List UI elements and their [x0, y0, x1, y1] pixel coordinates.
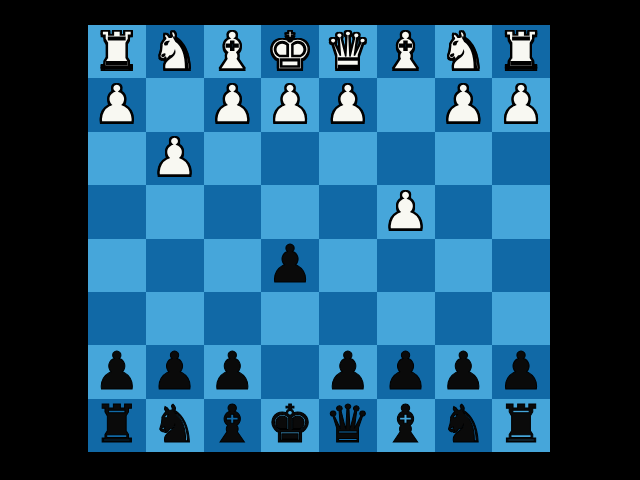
square-e6[interactable]	[261, 292, 319, 345]
square-e5[interactable]: ♟	[261, 239, 319, 292]
square-f7[interactable]: ♟	[204, 345, 262, 398]
square-b4[interactable]	[435, 185, 493, 238]
square-d2[interactable]: ♟	[319, 78, 377, 131]
black-knight-piece[interactable]: ♞	[440, 398, 487, 450]
square-f2[interactable]: ♟	[204, 78, 262, 131]
square-h8[interactable]: ♜	[88, 399, 146, 452]
square-e4[interactable]	[261, 185, 319, 238]
square-e2[interactable]: ♟	[261, 78, 319, 131]
square-c1[interactable]: ♝	[377, 25, 435, 78]
square-h5[interactable]	[88, 239, 146, 292]
square-a6[interactable]	[492, 292, 550, 345]
white-bishop-piece[interactable]: ♝	[382, 25, 429, 77]
square-b6[interactable]	[435, 292, 493, 345]
square-f5[interactable]	[204, 239, 262, 292]
black-queen-piece[interactable]: ♛	[325, 398, 372, 450]
white-pawn-piece[interactable]: ♟	[440, 78, 487, 130]
black-bishop-piece[interactable]: ♝	[382, 398, 429, 450]
black-pawn-piece[interactable]: ♟	[94, 345, 141, 397]
square-d6[interactable]	[319, 292, 377, 345]
square-g1[interactable]: ♞	[146, 25, 204, 78]
black-pawn-piece[interactable]: ♟	[382, 345, 429, 397]
square-f1[interactable]: ♝	[204, 25, 262, 78]
black-bishop-piece[interactable]: ♝	[209, 398, 256, 450]
square-b1[interactable]: ♞	[435, 25, 493, 78]
square-g5[interactable]	[146, 239, 204, 292]
white-pawn-piece[interactable]: ♟	[94, 78, 141, 130]
square-a4[interactable]	[492, 185, 550, 238]
black-pawn-piece[interactable]: ♟	[498, 345, 545, 397]
square-c8[interactable]: ♝	[377, 399, 435, 452]
chess-board: ♜♞♝♚♛♝♞♜♟♟♟♟♟♟♟♟♟♟♟♟♟♟♟♟♜♞♝♚♛♝♞♜	[88, 25, 550, 452]
square-h2[interactable]: ♟	[88, 78, 146, 131]
square-b8[interactable]: ♞	[435, 399, 493, 452]
square-e3[interactable]	[261, 132, 319, 185]
square-g7[interactable]: ♟	[146, 345, 204, 398]
video-frame: ♜♞♝♚♛♝♞♜♟♟♟♟♟♟♟♟♟♟♟♟♟♟♟♟♜♞♝♚♛♝♞♜	[0, 0, 640, 480]
square-g8[interactable]: ♞	[146, 399, 204, 452]
black-rook-piece[interactable]: ♜	[498, 398, 545, 450]
square-c5[interactable]	[377, 239, 435, 292]
white-pawn-piece[interactable]: ♟	[498, 78, 545, 130]
square-a2[interactable]: ♟	[492, 78, 550, 131]
white-pawn-piece[interactable]: ♟	[209, 78, 256, 130]
square-g4[interactable]	[146, 185, 204, 238]
square-h7[interactable]: ♟	[88, 345, 146, 398]
white-queen-piece[interactable]: ♛	[325, 25, 372, 77]
square-e7[interactable]	[261, 345, 319, 398]
square-d4[interactable]	[319, 185, 377, 238]
square-b7[interactable]: ♟	[435, 345, 493, 398]
black-knight-piece[interactable]: ♞	[151, 398, 198, 450]
white-rook-piece[interactable]: ♜	[94, 25, 141, 77]
white-knight-piece[interactable]: ♞	[151, 25, 198, 77]
square-f3[interactable]	[204, 132, 262, 185]
white-pawn-piece[interactable]: ♟	[382, 185, 429, 237]
square-a3[interactable]	[492, 132, 550, 185]
square-b3[interactable]	[435, 132, 493, 185]
square-g3[interactable]: ♟	[146, 132, 204, 185]
square-a7[interactable]: ♟	[492, 345, 550, 398]
square-e1[interactable]: ♚	[261, 25, 319, 78]
square-d8[interactable]: ♛	[319, 399, 377, 452]
square-d1[interactable]: ♛	[319, 25, 377, 78]
black-pawn-piece[interactable]: ♟	[325, 345, 372, 397]
white-king-piece[interactable]: ♚	[267, 25, 314, 77]
white-bishop-piece[interactable]: ♝	[209, 25, 256, 77]
square-h4[interactable]	[88, 185, 146, 238]
square-c7[interactable]: ♟	[377, 345, 435, 398]
square-h1[interactable]: ♜	[88, 25, 146, 78]
square-g6[interactable]	[146, 292, 204, 345]
square-f8[interactable]: ♝	[204, 399, 262, 452]
square-b5[interactable]	[435, 239, 493, 292]
square-e8[interactable]: ♚	[261, 399, 319, 452]
white-rook-piece[interactable]: ♜	[498, 25, 545, 77]
black-pawn-piece[interactable]: ♟	[151, 345, 198, 397]
black-pawn-piece[interactable]: ♟	[209, 345, 256, 397]
square-d7[interactable]: ♟	[319, 345, 377, 398]
square-c4[interactable]: ♟	[377, 185, 435, 238]
black-rook-piece[interactable]: ♜	[94, 398, 141, 450]
square-f6[interactable]	[204, 292, 262, 345]
black-king-piece[interactable]: ♚	[267, 398, 314, 450]
black-pawn-piece[interactable]: ♟	[267, 238, 314, 290]
square-d3[interactable]	[319, 132, 377, 185]
square-d5[interactable]	[319, 239, 377, 292]
square-c2[interactable]	[377, 78, 435, 131]
square-b2[interactable]: ♟	[435, 78, 493, 131]
square-c6[interactable]	[377, 292, 435, 345]
square-f4[interactable]	[204, 185, 262, 238]
white-pawn-piece[interactable]: ♟	[325, 78, 372, 130]
black-pawn-piece[interactable]: ♟	[440, 345, 487, 397]
square-a5[interactable]	[492, 239, 550, 292]
square-g2[interactable]	[146, 78, 204, 131]
square-h6[interactable]	[88, 292, 146, 345]
square-a8[interactable]: ♜	[492, 399, 550, 452]
square-c3[interactable]	[377, 132, 435, 185]
white-pawn-piece[interactable]: ♟	[267, 78, 314, 130]
white-pawn-piece[interactable]: ♟	[151, 131, 198, 183]
square-a1[interactable]: ♜	[492, 25, 550, 78]
white-knight-piece[interactable]: ♞	[440, 25, 487, 77]
square-h3[interactable]	[88, 132, 146, 185]
